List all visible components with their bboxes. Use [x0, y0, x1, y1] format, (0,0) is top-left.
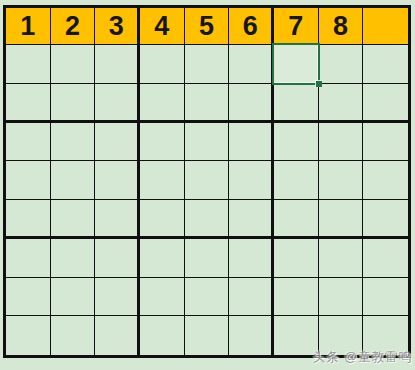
grid-cell-r8c5[interactable]: [185, 278, 230, 317]
grid-cell-r8c8[interactable]: [319, 278, 364, 317]
grid-cell-r6c6[interactable]: [229, 200, 274, 239]
header-cell-3[interactable]: 3: [95, 8, 140, 45]
grid-cell-r2c4[interactable]: [140, 45, 185, 84]
grid-cell-r9c3[interactable]: [95, 316, 140, 355]
grid-cell-r3c9[interactable]: [363, 84, 408, 123]
grid-cell-r8c9[interactable]: [363, 278, 408, 317]
grid-cell-r7c6[interactable]: [229, 239, 274, 278]
grid-cell-r6c4[interactable]: [140, 200, 185, 239]
grid-cell-r6c7[interactable]: [274, 200, 319, 239]
grid-cell-r5c2[interactable]: [51, 161, 96, 200]
grid-cell-r5c4[interactable]: [140, 161, 185, 200]
grid-cell-r9c6[interactable]: [229, 316, 274, 355]
grid-cell-r8c6[interactable]: [229, 278, 274, 317]
grid-cell-r8c4[interactable]: [140, 278, 185, 317]
grid-cell-r6c8[interactable]: [319, 200, 364, 239]
grid-cell-r8c7[interactable]: [274, 278, 319, 317]
grid-cell-r5c3[interactable]: [95, 161, 140, 200]
grid-cell-r5c5[interactable]: [185, 161, 230, 200]
grid-cell-r7c4[interactable]: [140, 239, 185, 278]
grid-cell-r6c1[interactable]: [6, 200, 51, 239]
sudoku-board: 12345678: [3, 5, 411, 358]
grid-cell-r7c8[interactable]: [319, 239, 364, 278]
grid-cell-r5c9[interactable]: [363, 161, 408, 200]
grid-cell-r2c2[interactable]: [51, 45, 96, 84]
header-cell-7[interactable]: 7: [274, 8, 319, 45]
grid-cell-r4c2[interactable]: [51, 123, 96, 162]
grid-cell-r5c1[interactable]: [6, 161, 51, 200]
grid-cell-r4c1[interactable]: [6, 123, 51, 162]
grid-cell-r3c8[interactable]: [319, 84, 364, 123]
grid-cell-r8c3[interactable]: [95, 278, 140, 317]
header-cell-5[interactable]: 5: [185, 8, 230, 45]
grid-cell-r3c1[interactable]: [6, 84, 51, 123]
grid-cell-r2c9[interactable]: [363, 45, 408, 84]
grid-cell-r6c5[interactable]: [185, 200, 230, 239]
grid-cell-r2c6[interactable]: [229, 45, 274, 84]
grid-cell-r5c8[interactable]: [319, 161, 364, 200]
grid-cell-r4c4[interactable]: [140, 123, 185, 162]
header-cell-8[interactable]: 8: [319, 8, 364, 45]
grid-cell-r9c2[interactable]: [51, 316, 96, 355]
grid-cell-r3c3[interactable]: [95, 84, 140, 123]
grid-cell-r7c1[interactable]: [6, 239, 51, 278]
grid-cell-r6c9[interactable]: [363, 200, 408, 239]
grid-cell-r7c7[interactable]: [274, 239, 319, 278]
spreadsheet-canvas: 12345678 头条 @童教雷鸣: [0, 0, 415, 370]
header-cell-empty[interactable]: [363, 8, 408, 45]
selection-box: [272, 43, 320, 85]
grid-cell-r7c5[interactable]: [185, 239, 230, 278]
grid-cell-r7c3[interactable]: [95, 239, 140, 278]
grid-cell-r3c2[interactable]: [51, 84, 96, 123]
grid-cell-r9c4[interactable]: [140, 316, 185, 355]
grid-cell-r2c8[interactable]: [319, 45, 364, 84]
grid-cell-r6c2[interactable]: [51, 200, 96, 239]
header-cell-6[interactable]: 6: [229, 8, 274, 45]
grid-cell-r2c3[interactable]: [95, 45, 140, 84]
grid-cell-r4c8[interactable]: [319, 123, 364, 162]
grid-cell-r4c7[interactable]: [274, 123, 319, 162]
fill-handle[interactable]: [316, 81, 322, 87]
grid-cell-r3c5[interactable]: [185, 84, 230, 123]
watermark: 头条 @童教雷鸣: [313, 349, 412, 366]
grid-cell-r7c2[interactable]: [51, 239, 96, 278]
grid-cell-r4c6[interactable]: [229, 123, 274, 162]
grid-cell-r4c3[interactable]: [95, 123, 140, 162]
grid-cell-r5c7[interactable]: [274, 161, 319, 200]
grid-cell-r9c1[interactable]: [6, 316, 51, 355]
grid-cell-r6c3[interactable]: [95, 200, 140, 239]
grid-cell-r2c5[interactable]: [185, 45, 230, 84]
grid-cell-r3c7[interactable]: [274, 84, 319, 123]
header-cell-1[interactable]: 1: [6, 8, 51, 45]
grid-cell-r7c9[interactable]: [363, 239, 408, 278]
grid-cell-r8c2[interactable]: [51, 278, 96, 317]
grid-cell-r8c1[interactable]: [6, 278, 51, 317]
grid-cell-r2c7[interactable]: [274, 45, 319, 84]
grid-cell-r4c9[interactable]: [363, 123, 408, 162]
header-cell-4[interactable]: 4: [140, 8, 185, 45]
grid-cell-r4c5[interactable]: [185, 123, 230, 162]
grid-cell-r5c6[interactable]: [229, 161, 274, 200]
grid-cell-r2c1[interactable]: [6, 45, 51, 84]
header-cell-2[interactable]: 2: [51, 8, 96, 45]
grid-cell-r9c5[interactable]: [185, 316, 230, 355]
grid-cell-r3c4[interactable]: [140, 84, 185, 123]
grid-cell-r3c6[interactable]: [229, 84, 274, 123]
